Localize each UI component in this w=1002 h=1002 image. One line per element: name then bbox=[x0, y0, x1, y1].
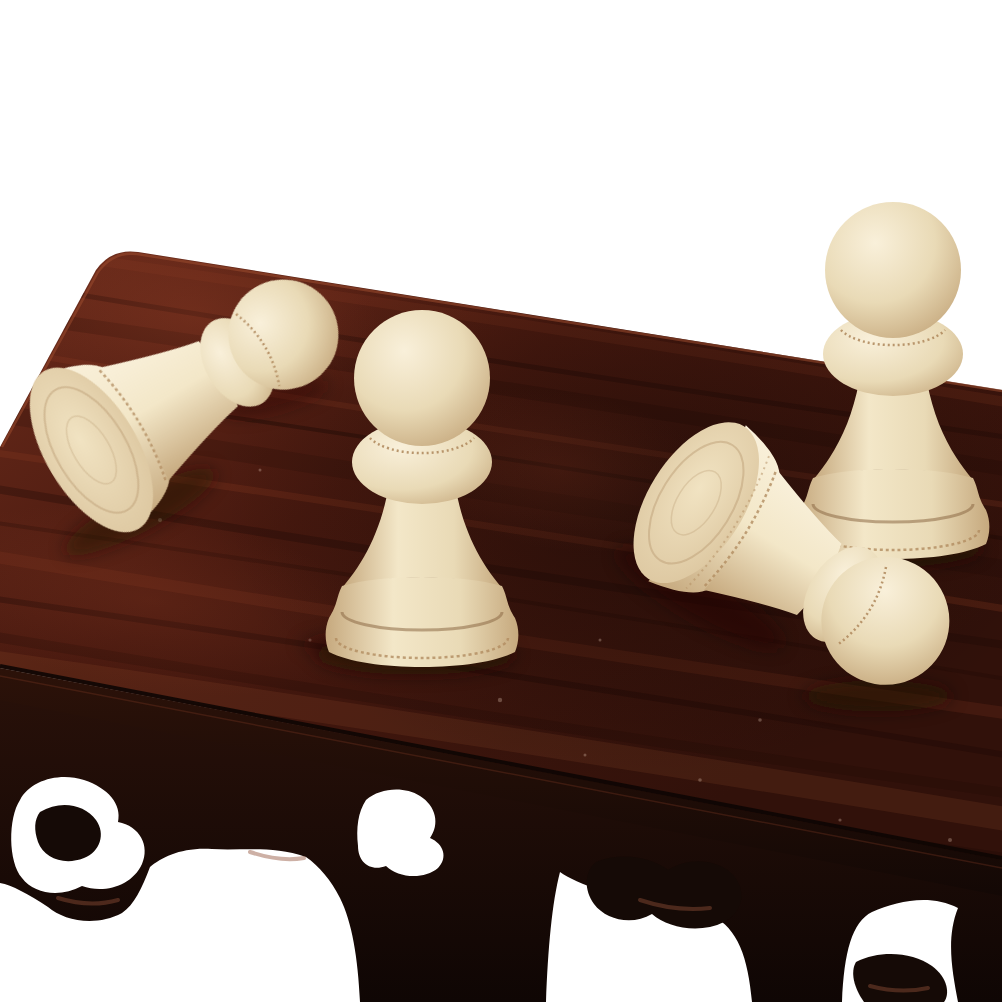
dust-speck bbox=[259, 469, 262, 472]
photo-canvas bbox=[0, 0, 1002, 1002]
dust-speck bbox=[584, 754, 587, 757]
dust-speck bbox=[599, 639, 602, 642]
pawn-head bbox=[354, 310, 490, 446]
pawn-head bbox=[825, 202, 961, 338]
dust-speck bbox=[698, 778, 702, 782]
piece-shadow bbox=[803, 680, 953, 712]
dust-speck bbox=[948, 838, 952, 842]
dust-speck bbox=[758, 718, 762, 722]
dust-speck bbox=[838, 818, 841, 821]
dust-speck bbox=[498, 698, 502, 702]
